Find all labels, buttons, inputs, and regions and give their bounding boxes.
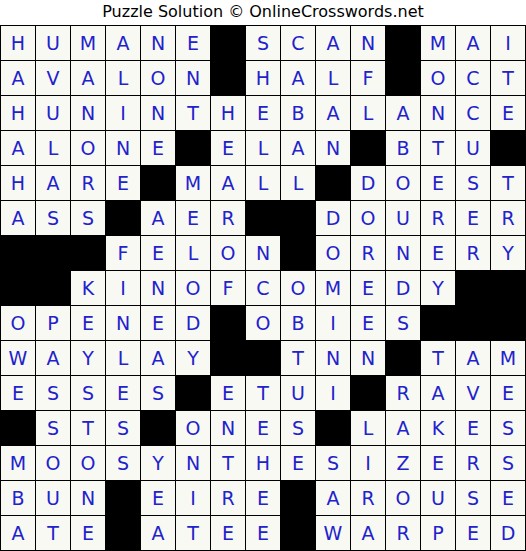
cell-r15c1: A — [1, 516, 35, 550]
cell-r9c1: O — [1, 306, 35, 340]
cell-r2c13: O — [421, 61, 455, 95]
cell-r13c6: N — [176, 446, 210, 480]
cell-r10c10: N — [316, 341, 350, 375]
cell-r2c1: A — [1, 61, 35, 95]
cell-r10c13: T — [421, 341, 455, 375]
cell-r8c9: O — [281, 271, 315, 305]
cell-r13c12: Z — [386, 446, 420, 480]
black-cell-r1c12 — [386, 26, 420, 60]
cell-r11c2: S — [36, 376, 70, 410]
cell-r1c6: E — [176, 26, 210, 60]
cell-r5c11: D — [351, 166, 385, 200]
cell-r6c11: O — [351, 201, 385, 235]
cell-r6c12: U — [386, 201, 420, 235]
cell-r12c6: O — [176, 411, 210, 445]
cell-r7c7: O — [211, 236, 245, 270]
cell-r14c13: U — [421, 481, 455, 515]
black-cell-r4c11 — [351, 131, 385, 165]
cell-r11c1: E — [1, 376, 35, 410]
cell-r6c5: A — [141, 201, 175, 235]
cell-r4c7: E — [211, 131, 245, 165]
cell-r15c6: T — [176, 516, 210, 550]
cell-r5c9: L — [281, 166, 315, 200]
black-cell-r7c9 — [281, 236, 315, 270]
black-cell-r14c4 — [106, 481, 140, 515]
cell-r3c1: H — [1, 96, 35, 130]
cell-r9c2: P — [36, 306, 70, 340]
black-cell-r9c15 — [491, 306, 525, 340]
black-cell-r12c10 — [316, 411, 350, 445]
black-cell-r9c7 — [211, 306, 245, 340]
cell-r15c11: A — [351, 516, 385, 550]
cell-r5c12: O — [386, 166, 420, 200]
cell-r13c8: H — [246, 446, 280, 480]
cell-r2c9: A — [281, 61, 315, 95]
cell-r4c3: O — [71, 131, 105, 165]
cell-r1c4: A — [106, 26, 140, 60]
cell-r10c9: T — [281, 341, 315, 375]
black-cell-r12c1 — [1, 411, 35, 445]
cell-r13c1: M — [1, 446, 35, 480]
cell-r3c6: T — [176, 96, 210, 130]
cell-r10c1: W — [1, 341, 35, 375]
cell-r14c6: I — [176, 481, 210, 515]
cell-r15c8: E — [246, 516, 280, 550]
cell-r7c8: N — [246, 236, 280, 270]
cell-r5c15: T — [491, 166, 525, 200]
cell-r12c4: S — [106, 411, 140, 445]
cell-r3c15: E — [491, 96, 525, 130]
cell-r1c5: N — [141, 26, 175, 60]
cell-r1c3: M — [71, 26, 105, 60]
black-cell-r9c13 — [421, 306, 455, 340]
cell-r8c3: K — [71, 271, 105, 305]
crossword-grid: HUMANESCANMAIAVALONHALFOCTHUNINTHEBALANC… — [0, 25, 526, 551]
cell-r2c10: L — [316, 61, 350, 95]
black-cell-r10c7 — [211, 341, 245, 375]
cell-r15c2: T — [36, 516, 70, 550]
cell-r8c10: M — [316, 271, 350, 305]
cell-r12c7: N — [211, 411, 245, 445]
black-cell-r5c5 — [141, 166, 175, 200]
black-cell-r4c15 — [491, 131, 525, 165]
cell-r11c15: E — [491, 376, 525, 410]
cell-r10c2: A — [36, 341, 70, 375]
cell-r12c8: E — [246, 411, 280, 445]
cell-r2c15: T — [491, 61, 525, 95]
cell-r3c4: I — [106, 96, 140, 130]
cell-r5c2: A — [36, 166, 70, 200]
cell-r1c14: A — [456, 26, 490, 60]
cell-r4c1: A — [1, 131, 35, 165]
cell-r7c11: R — [351, 236, 385, 270]
cell-r8c11: E — [351, 271, 385, 305]
cell-r11c14: V — [456, 376, 490, 410]
cell-r15c7: E — [211, 516, 245, 550]
cell-r3c3: N — [71, 96, 105, 130]
cell-r8c7: F — [211, 271, 245, 305]
cell-r7c4: F — [106, 236, 140, 270]
cell-r6c7: R — [211, 201, 245, 235]
cell-r13c11: I — [351, 446, 385, 480]
black-cell-r10c8 — [246, 341, 280, 375]
cell-r5c3: R — [71, 166, 105, 200]
black-cell-r15c4 — [106, 516, 140, 550]
cell-r1c2: U — [36, 26, 70, 60]
cell-r9c12: S — [386, 306, 420, 340]
cell-r9c10: I — [316, 306, 350, 340]
cell-r4c2: L — [36, 131, 70, 165]
cell-r11c9: U — [281, 376, 315, 410]
cell-r14c12: O — [386, 481, 420, 515]
cell-r9c11: E — [351, 306, 385, 340]
cell-r3c12: A — [386, 96, 420, 130]
cell-r4c5: E — [141, 131, 175, 165]
black-cell-r7c1 — [1, 236, 35, 270]
cell-r15c5: A — [141, 516, 175, 550]
black-cell-r6c9 — [281, 201, 315, 235]
cell-r7c5: E — [141, 236, 175, 270]
black-cell-r5c10 — [316, 166, 350, 200]
black-cell-r1c7 — [211, 26, 245, 60]
cell-r8c6: O — [176, 271, 210, 305]
cell-r4c10: N — [316, 131, 350, 165]
cell-r4c8: L — [246, 131, 280, 165]
cell-r14c5: E — [141, 481, 175, 515]
cell-r3c5: N — [141, 96, 175, 130]
cell-r3c2: U — [36, 96, 70, 130]
cell-r2c6: N — [176, 61, 210, 95]
cell-r5c7: A — [211, 166, 245, 200]
cell-r9c9: B — [281, 306, 315, 340]
cell-r6c13: R — [421, 201, 455, 235]
cell-r4c9: A — [281, 131, 315, 165]
cell-r15c14: E — [456, 516, 490, 550]
cell-r12c14: E — [456, 411, 490, 445]
cell-r14c14: S — [456, 481, 490, 515]
cell-r1c11: N — [351, 26, 385, 60]
cell-r11c7: E — [211, 376, 245, 410]
black-cell-r11c11 — [351, 376, 385, 410]
black-cell-r8c14 — [456, 271, 490, 305]
cell-r15c10: W — [316, 516, 350, 550]
cell-r10c11: N — [351, 341, 385, 375]
cell-r12c9: S — [281, 411, 315, 445]
cell-r12c11: L — [351, 411, 385, 445]
cell-r11c4: E — [106, 376, 140, 410]
cell-r9c3: E — [71, 306, 105, 340]
cell-r4c4: N — [106, 131, 140, 165]
black-cell-r8c1 — [1, 271, 35, 305]
cell-r10c4: L — [106, 341, 140, 375]
cell-r7c14: R — [456, 236, 490, 270]
cell-r2c4: L — [106, 61, 140, 95]
cell-r9c4: N — [106, 306, 140, 340]
cell-r8c13: Y — [421, 271, 455, 305]
black-cell-r7c2 — [36, 236, 70, 270]
cell-r14c10: A — [316, 481, 350, 515]
cell-r15c13: P — [421, 516, 455, 550]
cell-r4c13: T — [421, 131, 455, 165]
cell-r2c5: O — [141, 61, 175, 95]
cell-r2c3: A — [71, 61, 105, 95]
cell-r1c13: M — [421, 26, 455, 60]
cell-r3c14: C — [456, 96, 490, 130]
cell-r6c10: D — [316, 201, 350, 235]
cell-r5c1: H — [1, 166, 35, 200]
cell-r4c12: B — [386, 131, 420, 165]
cell-r11c13: A — [421, 376, 455, 410]
cell-r8c8: C — [246, 271, 280, 305]
black-cell-r6c4 — [106, 201, 140, 235]
cell-r11c12: R — [386, 376, 420, 410]
cell-r5c8: L — [246, 166, 280, 200]
cell-r7c6: L — [176, 236, 210, 270]
cell-r15c12: R — [386, 516, 420, 550]
black-cell-r2c12 — [386, 61, 420, 95]
cell-r13c15: S — [491, 446, 525, 480]
cell-r6c1: A — [1, 201, 35, 235]
cell-r2c8: H — [246, 61, 280, 95]
black-cell-r15c9 — [281, 516, 315, 550]
cell-r13c7: T — [211, 446, 245, 480]
cell-r3c8: E — [246, 96, 280, 130]
cell-r3c7: H — [211, 96, 245, 130]
cell-r7c13: E — [421, 236, 455, 270]
cell-r6c2: S — [36, 201, 70, 235]
cell-r14c8: E — [246, 481, 280, 515]
cell-r7c15: Y — [491, 236, 525, 270]
cell-r12c12: A — [386, 411, 420, 445]
page-title: Puzzle Solution © OnlineCrosswords.net — [0, 0, 526, 25]
cell-r7c10: O — [316, 236, 350, 270]
black-cell-r11c6 — [176, 376, 210, 410]
cell-r10c3: Y — [71, 341, 105, 375]
cell-r2c11: F — [351, 61, 385, 95]
cell-r7c12: N — [386, 236, 420, 270]
cell-r9c6: D — [176, 306, 210, 340]
cell-r10c6: Y — [176, 341, 210, 375]
cell-r1c9: C — [281, 26, 315, 60]
black-cell-r8c15 — [491, 271, 525, 305]
cell-r6c3: S — [71, 201, 105, 235]
cell-r12c13: K — [421, 411, 455, 445]
black-cell-r2c7 — [211, 61, 245, 95]
cell-r14c15: E — [491, 481, 525, 515]
black-cell-r10c12 — [386, 341, 420, 375]
cell-r8c5: N — [141, 271, 175, 305]
cell-r3c9: B — [281, 96, 315, 130]
puzzle-solution-page: Puzzle Solution © OnlineCrosswords.net H… — [0, 0, 526, 551]
cell-r8c4: I — [106, 271, 140, 305]
cell-r1c15: I — [491, 26, 525, 60]
cell-r12c3: T — [71, 411, 105, 445]
cell-r5c6: M — [176, 166, 210, 200]
cell-r13c13: E — [421, 446, 455, 480]
cell-r5c13: E — [421, 166, 455, 200]
cell-r4c14: U — [456, 131, 490, 165]
cell-r10c5: A — [141, 341, 175, 375]
cell-r3c11: L — [351, 96, 385, 130]
cell-r3c10: A — [316, 96, 350, 130]
cell-r13c3: O — [71, 446, 105, 480]
cell-r12c15: S — [491, 411, 525, 445]
cell-r2c14: C — [456, 61, 490, 95]
cell-r6c14: E — [456, 201, 490, 235]
cell-r15c15: D — [491, 516, 525, 550]
cell-r14c3: N — [71, 481, 105, 515]
cell-r11c5: S — [141, 376, 175, 410]
cell-r13c5: Y — [141, 446, 175, 480]
black-cell-r9c14 — [456, 306, 490, 340]
cell-r11c8: T — [246, 376, 280, 410]
cell-r14c11: R — [351, 481, 385, 515]
black-cell-r7c3 — [71, 236, 105, 270]
cell-r14c1: B — [1, 481, 35, 515]
cell-r10c14: A — [456, 341, 490, 375]
cell-r14c7: R — [211, 481, 245, 515]
black-cell-r14c9 — [281, 481, 315, 515]
black-cell-r6c8 — [246, 201, 280, 235]
cell-r1c1: H — [1, 26, 35, 60]
cell-r13c4: S — [106, 446, 140, 480]
cell-r13c14: R — [456, 446, 490, 480]
black-cell-r4c6 — [176, 131, 210, 165]
cell-r9c8: O — [246, 306, 280, 340]
cell-r1c8: S — [246, 26, 280, 60]
cell-r5c4: E — [106, 166, 140, 200]
black-cell-r8c2 — [36, 271, 70, 305]
cell-r15c3: E — [71, 516, 105, 550]
cell-r11c10: I — [316, 376, 350, 410]
cell-r3c13: N — [421, 96, 455, 130]
cell-r13c9: E — [281, 446, 315, 480]
cell-r5c14: S — [456, 166, 490, 200]
cell-r12c2: S — [36, 411, 70, 445]
cell-r6c6: E — [176, 201, 210, 235]
black-cell-r12c5 — [141, 411, 175, 445]
cell-r8c12: D — [386, 271, 420, 305]
cell-r1c10: A — [316, 26, 350, 60]
cell-r10c15: M — [491, 341, 525, 375]
cell-r11c3: S — [71, 376, 105, 410]
cell-r2c2: V — [36, 61, 70, 95]
cell-r9c5: E — [141, 306, 175, 340]
cell-r13c2: O — [36, 446, 70, 480]
cell-r14c2: U — [36, 481, 70, 515]
cell-r13c10: S — [316, 446, 350, 480]
cell-r6c15: R — [491, 201, 525, 235]
